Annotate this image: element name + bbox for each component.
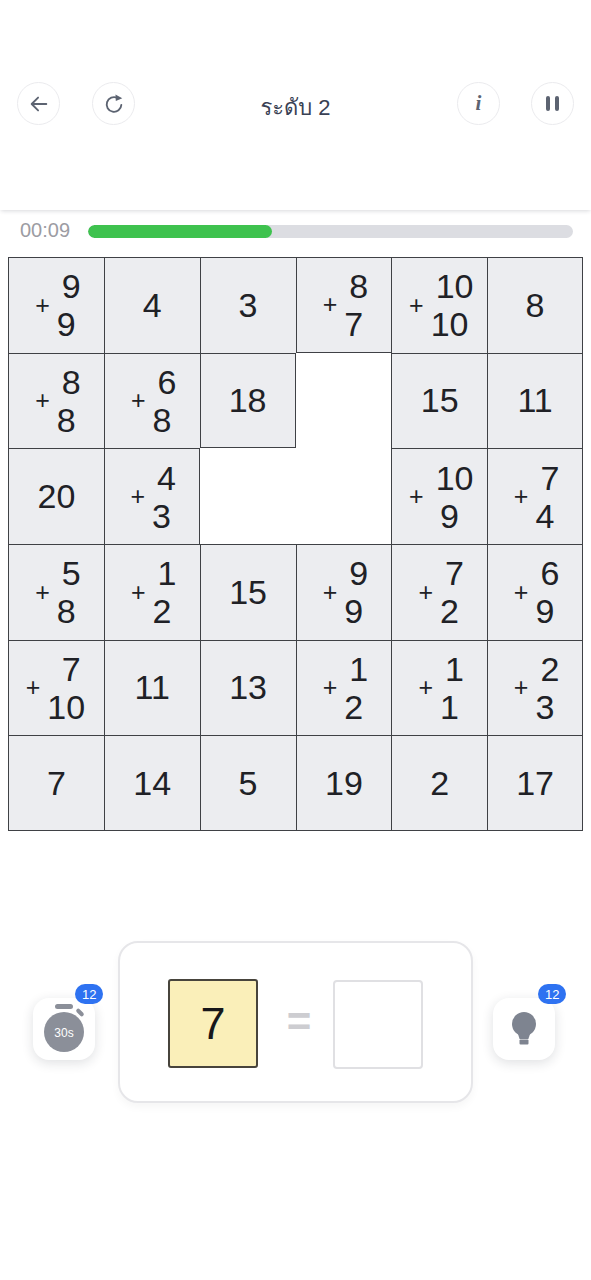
board-cell-number[interactable]: 15 [200, 544, 296, 640]
hint-count-badge: 12 [538, 984, 566, 1004]
app-screen: ระดับ 2 i 00:09 +9943+87+10108+88+681815… [0, 0, 591, 1280]
board-cell-sum[interactable]: +23 [487, 640, 583, 736]
board-cell-number[interactable]: 2 [391, 735, 487, 831]
board-cell-number[interactable]: 14 [104, 735, 200, 831]
board-cell-sum[interactable]: +87 [296, 257, 392, 353]
plus-sign: + [35, 386, 50, 415]
board-cell-sum[interactable]: +69 [487, 544, 583, 640]
board-cell-sum[interactable]: +710 [8, 640, 104, 736]
selected-tile[interactable]: 7 [168, 979, 258, 1068]
match-tray: 7 = [118, 941, 473, 1103]
add-time-button[interactable]: 30s [33, 998, 95, 1060]
plus-sign: + [323, 673, 338, 702]
board-cell-number[interactable]: 11 [104, 640, 200, 736]
plus-sign: + [323, 578, 338, 607]
plus-sign: + [35, 291, 50, 320]
progress-bar [88, 225, 573, 238]
lightbulb-icon [508, 1011, 540, 1047]
plus-sign: + [131, 578, 146, 607]
plus-sign: + [26, 673, 41, 702]
board-cell-number[interactable]: 19 [296, 735, 392, 831]
info-icon: i [476, 91, 482, 116]
plus-sign: + [418, 578, 433, 607]
board-cell-number[interactable]: 17 [487, 735, 583, 831]
board-cell-number[interactable]: 3 [200, 257, 296, 353]
elapsed-time: 00:09 [20, 219, 82, 242]
board-cell-sum[interactable]: +12 [104, 544, 200, 640]
board-cell-number[interactable]: 8 [487, 257, 583, 353]
pause-icon [546, 96, 559, 111]
board-cell-sum[interactable]: +109 [391, 448, 487, 544]
board-cell-sum[interactable]: +88 [8, 353, 104, 449]
pause-button[interactable] [531, 82, 574, 125]
board-cell-sum[interactable]: +12 [296, 640, 392, 736]
plus-sign: + [514, 482, 529, 511]
page-title: ระดับ 2 [0, 90, 591, 125]
board-cell-number[interactable]: 13 [200, 640, 296, 736]
equals-icon: = [272, 943, 326, 1101]
plus-sign: + [35, 578, 50, 607]
stopwatch-icon: 30s [42, 1004, 86, 1054]
board-cell-number[interactable]: 20 [8, 448, 104, 544]
board-cell-number[interactable]: 11 [487, 353, 583, 449]
plus-sign: + [130, 482, 145, 511]
board-cell-number[interactable]: 7 [8, 735, 104, 831]
header-panel: ระดับ 2 i [0, 0, 591, 210]
board-cell-sum[interactable]: +11 [391, 640, 487, 736]
info-button[interactable]: i [457, 82, 500, 125]
add-time-count-badge: 12 [75, 984, 103, 1004]
hint-button[interactable] [493, 998, 555, 1060]
board-cell-sum[interactable]: +58 [8, 544, 104, 640]
plus-sign: + [409, 482, 424, 511]
board-cell-sum[interactable]: +99 [296, 544, 392, 640]
board-cell-sum[interactable]: +99 [8, 257, 104, 353]
board: +9943+87+10108+88+6818151120+43+109+74+5… [8, 257, 583, 831]
board-cell-sum[interactable]: +43 [104, 448, 200, 544]
progress-fill [88, 225, 272, 238]
plus-sign: + [409, 291, 424, 320]
plus-sign: + [131, 386, 146, 415]
plus-sign: + [418, 673, 433, 702]
board-cell-number[interactable]: 5 [200, 735, 296, 831]
board-cell-empty [200, 448, 296, 544]
plus-sign: + [514, 578, 529, 607]
board-cell-sum[interactable]: +1010 [391, 257, 487, 353]
board-cell-number[interactable]: 15 [391, 353, 487, 449]
board-cell-empty [296, 353, 392, 449]
plus-sign: + [323, 290, 338, 319]
board-cell-empty [296, 448, 392, 544]
board-cell-number[interactable]: 4 [104, 257, 200, 353]
board-cell-number[interactable]: 18 [200, 353, 296, 449]
target-slot[interactable] [333, 980, 423, 1069]
stopwatch-label: 30s [54, 1026, 73, 1040]
board-cell-sum[interactable]: +74 [487, 448, 583, 544]
plus-sign: + [514, 673, 529, 702]
board-cell-sum[interactable]: +72 [391, 544, 487, 640]
board-cell-sum[interactable]: +68 [104, 353, 200, 449]
